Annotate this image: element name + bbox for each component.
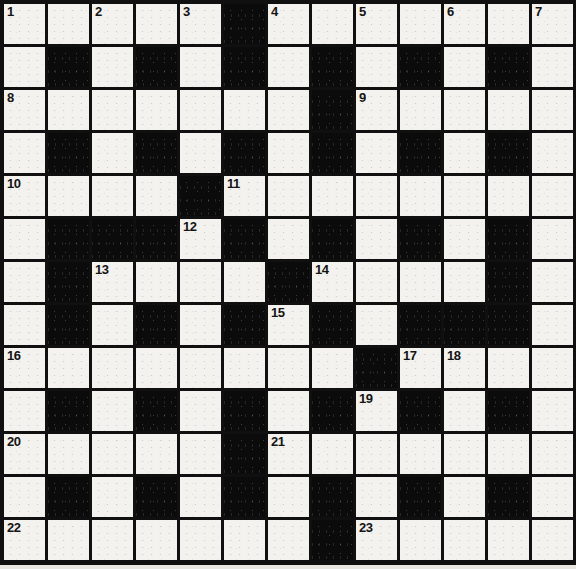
cell-r3c5[interactable] bbox=[180, 90, 221, 130]
cell-r9c9 bbox=[356, 348, 397, 388]
cell-r9c4[interactable] bbox=[136, 348, 177, 388]
cell-r5c9[interactable] bbox=[356, 176, 397, 216]
cell-r13c7[interactable] bbox=[268, 520, 309, 560]
cell-r11c7[interactable]: 21 bbox=[268, 434, 309, 474]
cell-r8c5[interactable] bbox=[180, 305, 221, 345]
cell-r9c8[interactable] bbox=[312, 348, 353, 388]
clue-number-2: 2 bbox=[95, 5, 102, 19]
cell-r6c11[interactable] bbox=[444, 219, 485, 259]
cell-r11c13[interactable] bbox=[532, 434, 573, 474]
cell-r11c5[interactable] bbox=[180, 434, 221, 474]
cell-r12c13[interactable] bbox=[532, 477, 573, 517]
cell-r11c2[interactable] bbox=[48, 434, 89, 474]
cell-r9c3[interactable] bbox=[92, 348, 133, 388]
cell-r3c4[interactable] bbox=[136, 90, 177, 130]
clue-number-15: 15 bbox=[271, 306, 284, 320]
clue-number-7: 7 bbox=[535, 5, 542, 19]
clue-number-18: 18 bbox=[447, 349, 460, 363]
cell-r13c12[interactable] bbox=[488, 520, 529, 560]
cell-r12c6 bbox=[224, 477, 265, 517]
cell-r7c2 bbox=[48, 262, 89, 302]
cell-r1c8[interactable] bbox=[312, 4, 353, 44]
cell-r3c7[interactable] bbox=[268, 90, 309, 130]
cell-r2c11[interactable] bbox=[444, 47, 485, 87]
cell-r6c6 bbox=[224, 219, 265, 259]
cell-r11c9[interactable] bbox=[356, 434, 397, 474]
cell-r10c2 bbox=[48, 391, 89, 431]
cell-r7c13[interactable] bbox=[532, 262, 573, 302]
cell-r3c10[interactable] bbox=[400, 90, 441, 130]
cell-r5c10[interactable] bbox=[400, 176, 441, 216]
cell-r2c7[interactable] bbox=[268, 47, 309, 87]
cell-r6c7[interactable] bbox=[268, 219, 309, 259]
cell-r10c11[interactable] bbox=[444, 391, 485, 431]
cell-r6c10 bbox=[400, 219, 441, 259]
cell-r8c2 bbox=[48, 305, 89, 345]
cell-r6c3 bbox=[92, 219, 133, 259]
cell-r7c7 bbox=[268, 262, 309, 302]
cell-r8c9[interactable] bbox=[356, 305, 397, 345]
cell-r10c12 bbox=[488, 391, 529, 431]
clue-number-21: 21 bbox=[271, 435, 284, 449]
cell-r9c2[interactable] bbox=[48, 348, 89, 388]
cell-r12c10 bbox=[400, 477, 441, 517]
cell-r2c2 bbox=[48, 47, 89, 87]
cell-r11c4[interactable] bbox=[136, 434, 177, 474]
cell-r10c13[interactable] bbox=[532, 391, 573, 431]
cell-r8c10 bbox=[400, 305, 441, 345]
cell-r6c12 bbox=[488, 219, 529, 259]
cell-r3c3[interactable] bbox=[92, 90, 133, 130]
cell-r1c10[interactable] bbox=[400, 4, 441, 44]
cell-r13c2[interactable] bbox=[48, 520, 89, 560]
cell-r9c6[interactable] bbox=[224, 348, 265, 388]
cell-r12c5[interactable] bbox=[180, 477, 221, 517]
cell-r11c8[interactable] bbox=[312, 434, 353, 474]
cell-r8c3[interactable] bbox=[92, 305, 133, 345]
cell-r4c6 bbox=[224, 133, 265, 173]
cell-r13c13[interactable] bbox=[532, 520, 573, 560]
cell-r7c6[interactable] bbox=[224, 262, 265, 302]
cell-r7c9[interactable] bbox=[356, 262, 397, 302]
cell-r2c10 bbox=[400, 47, 441, 87]
clue-number-14: 14 bbox=[315, 263, 328, 277]
cell-r11c11[interactable] bbox=[444, 434, 485, 474]
clue-number-19: 19 bbox=[359, 392, 372, 406]
cell-r7c4[interactable] bbox=[136, 262, 177, 302]
cell-r7c10[interactable] bbox=[400, 262, 441, 302]
cell-r7c3[interactable]: 13 bbox=[92, 262, 133, 302]
cell-r8c8 bbox=[312, 305, 353, 345]
cell-r12c3[interactable] bbox=[92, 477, 133, 517]
cell-r6c9[interactable] bbox=[356, 219, 397, 259]
cell-r3c8 bbox=[312, 90, 353, 130]
cell-r11c10[interactable] bbox=[400, 434, 441, 474]
cell-r1c11[interactable]: 6 bbox=[444, 4, 485, 44]
cell-r3c11[interactable] bbox=[444, 90, 485, 130]
cell-r12c1[interactable] bbox=[4, 477, 45, 517]
clue-number-22: 22 bbox=[7, 521, 20, 535]
clue-number-10: 10 bbox=[7, 177, 20, 191]
clue-number-20: 20 bbox=[7, 435, 20, 449]
cell-r7c1[interactable] bbox=[4, 262, 45, 302]
cell-r11c3[interactable] bbox=[92, 434, 133, 474]
cell-r6c8 bbox=[312, 219, 353, 259]
cell-r10c4 bbox=[136, 391, 177, 431]
cell-r2c4 bbox=[136, 47, 177, 87]
clue-number-12: 12 bbox=[183, 220, 196, 234]
cell-r2c3[interactable] bbox=[92, 47, 133, 87]
clue-number-9: 9 bbox=[359, 91, 366, 105]
cell-r2c13[interactable] bbox=[532, 47, 573, 87]
cell-r4c9[interactable] bbox=[356, 133, 397, 173]
clue-number-16: 16 bbox=[7, 349, 20, 363]
cell-r6c13[interactable] bbox=[532, 219, 573, 259]
cell-r4c3[interactable] bbox=[92, 133, 133, 173]
cell-r11c6 bbox=[224, 434, 265, 474]
cell-r12c8 bbox=[312, 477, 353, 517]
cell-r2c9[interactable] bbox=[356, 47, 397, 87]
cell-r4c12 bbox=[488, 133, 529, 173]
clue-number-5: 5 bbox=[359, 5, 366, 19]
cell-r11c1[interactable]: 20 bbox=[4, 434, 45, 474]
cell-r5c4[interactable] bbox=[136, 176, 177, 216]
cell-r9c11[interactable]: 18 bbox=[444, 348, 485, 388]
clue-number-1: 1 bbox=[7, 5, 14, 19]
cell-r10c6 bbox=[224, 391, 265, 431]
cell-r1c5[interactable]: 3 bbox=[180, 4, 221, 44]
cell-r6c4 bbox=[136, 219, 177, 259]
cell-r5c13[interactable] bbox=[532, 176, 573, 216]
cell-r13c5[interactable] bbox=[180, 520, 221, 560]
clue-number-6: 6 bbox=[447, 5, 454, 19]
cell-r6c1[interactable] bbox=[4, 219, 45, 259]
cell-r10c7[interactable] bbox=[268, 391, 309, 431]
cell-r12c7[interactable] bbox=[268, 477, 309, 517]
cell-r4c2 bbox=[48, 133, 89, 173]
cell-r5c8[interactable] bbox=[312, 176, 353, 216]
crossword-board: 1234567891011121314151617181920212223 bbox=[0, 0, 576, 565]
cell-r5c1[interactable]: 10 bbox=[4, 176, 45, 216]
cell-r13c3[interactable] bbox=[92, 520, 133, 560]
cell-r2c12 bbox=[488, 47, 529, 87]
cell-r1c12[interactable] bbox=[488, 4, 529, 44]
cell-r9c10[interactable]: 17 bbox=[400, 348, 441, 388]
cell-r9c5[interactable] bbox=[180, 348, 221, 388]
cell-r10c1[interactable] bbox=[4, 391, 45, 431]
cell-r8c1[interactable] bbox=[4, 305, 45, 345]
clue-number-8: 8 bbox=[7, 91, 14, 105]
cell-r8c11 bbox=[444, 305, 485, 345]
cell-r5c6[interactable]: 11 bbox=[224, 176, 265, 216]
cell-r12c12 bbox=[488, 477, 529, 517]
cell-r6c5[interactable]: 12 bbox=[180, 219, 221, 259]
cell-r4c1[interactable] bbox=[4, 133, 45, 173]
cell-r2c1[interactable] bbox=[4, 47, 45, 87]
cell-r4c4 bbox=[136, 133, 177, 173]
cell-r10c8 bbox=[312, 391, 353, 431]
cell-r9c7[interactable] bbox=[268, 348, 309, 388]
cell-r7c5[interactable] bbox=[180, 262, 221, 302]
cell-r2c8 bbox=[312, 47, 353, 87]
cell-r8c13[interactable] bbox=[532, 305, 573, 345]
cell-r7c12 bbox=[488, 262, 529, 302]
cell-r2c6 bbox=[224, 47, 265, 87]
cell-r4c10 bbox=[400, 133, 441, 173]
cell-r4c7[interactable] bbox=[268, 133, 309, 173]
cell-r9c13[interactable] bbox=[532, 348, 573, 388]
cell-r1c9[interactable]: 5 bbox=[356, 4, 397, 44]
cell-r9c12[interactable] bbox=[488, 348, 529, 388]
clue-number-13: 13 bbox=[95, 263, 108, 277]
cell-r13c10[interactable] bbox=[400, 520, 441, 560]
cell-r3c12[interactable] bbox=[488, 90, 529, 130]
clue-number-17: 17 bbox=[403, 349, 416, 363]
clue-number-11: 11 bbox=[227, 177, 240, 191]
cell-r13c6[interactable] bbox=[224, 520, 265, 560]
cell-r12c2 bbox=[48, 477, 89, 517]
cell-r8c7[interactable]: 15 bbox=[268, 305, 309, 345]
cell-r4c8 bbox=[312, 133, 353, 173]
cell-r5c2[interactable] bbox=[48, 176, 89, 216]
cell-r13c8 bbox=[312, 520, 353, 560]
cell-r3c9[interactable]: 9 bbox=[356, 90, 397, 130]
cell-r13c11[interactable] bbox=[444, 520, 485, 560]
clue-number-3: 3 bbox=[183, 5, 190, 19]
cell-r12c9[interactable] bbox=[356, 477, 397, 517]
cell-r1c6 bbox=[224, 4, 265, 44]
cell-r3c1[interactable]: 8 bbox=[4, 90, 45, 130]
cell-r4c11[interactable] bbox=[444, 133, 485, 173]
cell-r4c5[interactable] bbox=[180, 133, 221, 173]
cell-r5c3[interactable] bbox=[92, 176, 133, 216]
cell-r7c8[interactable]: 14 bbox=[312, 262, 353, 302]
cell-r5c12[interactable] bbox=[488, 176, 529, 216]
cell-r13c1[interactable]: 22 bbox=[4, 520, 45, 560]
cell-r1c7[interactable]: 4 bbox=[268, 4, 309, 44]
cell-r10c3[interactable] bbox=[92, 391, 133, 431]
cell-r3c6[interactable] bbox=[224, 90, 265, 130]
cell-r7c11[interactable] bbox=[444, 262, 485, 302]
cell-r8c12 bbox=[488, 305, 529, 345]
cell-r9c1[interactable]: 16 bbox=[4, 348, 45, 388]
cell-r2c5[interactable] bbox=[180, 47, 221, 87]
cell-r8c6 bbox=[224, 305, 265, 345]
cell-r5c5 bbox=[180, 176, 221, 216]
cell-r12c11[interactable] bbox=[444, 477, 485, 517]
cell-r10c10 bbox=[400, 391, 441, 431]
cell-r5c7[interactable] bbox=[268, 176, 309, 216]
cell-r13c9[interactable]: 23 bbox=[356, 520, 397, 560]
cell-r8c4 bbox=[136, 305, 177, 345]
cell-r10c9[interactable]: 19 bbox=[356, 391, 397, 431]
cell-r13c4[interactable] bbox=[136, 520, 177, 560]
cell-r1c2[interactable] bbox=[48, 4, 89, 44]
cell-r1c3[interactable]: 2 bbox=[92, 4, 133, 44]
clue-number-23: 23 bbox=[359, 521, 372, 535]
cell-r6c2 bbox=[48, 219, 89, 259]
cell-r3c2[interactable] bbox=[48, 90, 89, 130]
cell-r10c5[interactable] bbox=[180, 391, 221, 431]
cell-r1c1[interactable]: 1 bbox=[4, 4, 45, 44]
clue-number-4: 4 bbox=[271, 5, 278, 19]
cell-r12c4 bbox=[136, 477, 177, 517]
cell-r5c11[interactable] bbox=[444, 176, 485, 216]
cell-r1c13[interactable]: 7 bbox=[532, 4, 573, 44]
cell-r3c13[interactable] bbox=[532, 90, 573, 130]
cell-r4c13[interactable] bbox=[532, 133, 573, 173]
cell-r11c12[interactable] bbox=[488, 434, 529, 474]
cell-r1c4[interactable] bbox=[136, 4, 177, 44]
